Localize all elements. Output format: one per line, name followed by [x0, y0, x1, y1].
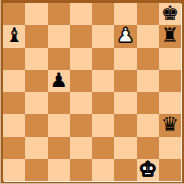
- square-c7[interactable]: [48, 25, 70, 47]
- square-b8[interactable]: [25, 3, 47, 25]
- square-b7[interactable]: [25, 25, 47, 47]
- square-e2[interactable]: [92, 137, 114, 159]
- square-g5[interactable]: [137, 70, 159, 92]
- black-rook-piece[interactable]: ♜: [161, 25, 179, 45]
- square-a6[interactable]: [3, 48, 25, 70]
- square-b5[interactable]: [25, 70, 47, 92]
- square-g3[interactable]: [137, 114, 159, 136]
- square-d7[interactable]: [70, 25, 92, 47]
- square-a3[interactable]: [3, 114, 25, 136]
- square-c2[interactable]: [48, 137, 70, 159]
- square-d6[interactable]: [70, 48, 92, 70]
- square-h6[interactable]: [159, 48, 181, 70]
- square-g2[interactable]: [137, 137, 159, 159]
- black-pawn-piece[interactable]: ♟: [50, 70, 68, 90]
- square-c5[interactable]: ♟: [48, 70, 70, 92]
- square-g4[interactable]: [137, 92, 159, 114]
- black-bishop-piece[interactable]: ♝: [5, 25, 23, 45]
- square-a5[interactable]: [3, 70, 25, 92]
- square-f6[interactable]: [114, 48, 136, 70]
- square-c1[interactable]: [48, 159, 70, 181]
- square-h8[interactable]: ♚: [159, 3, 181, 25]
- chess-board: ♚♝♟♜♟♛♚: [3, 3, 181, 181]
- square-c4[interactable]: [48, 92, 70, 114]
- black-king-piece[interactable]: ♚: [161, 3, 179, 23]
- square-b2[interactable]: [25, 137, 47, 159]
- square-e5[interactable]: [92, 70, 114, 92]
- square-d5[interactable]: [70, 70, 92, 92]
- square-h7[interactable]: ♜: [159, 25, 181, 47]
- square-g1[interactable]: ♚: [137, 159, 159, 181]
- square-d8[interactable]: [70, 3, 92, 25]
- square-e1[interactable]: [92, 159, 114, 181]
- square-d1[interactable]: [70, 159, 92, 181]
- square-f1[interactable]: [114, 159, 136, 181]
- board-frame: ♚♝♟♜♟♛♚: [0, 0, 184, 184]
- square-e4[interactable]: [92, 92, 114, 114]
- square-c3[interactable]: [48, 114, 70, 136]
- square-f5[interactable]: [114, 70, 136, 92]
- square-a8[interactable]: [3, 3, 25, 25]
- square-h2[interactable]: [159, 137, 181, 159]
- square-c8[interactable]: [48, 3, 70, 25]
- square-a2[interactable]: [3, 137, 25, 159]
- square-f4[interactable]: [114, 92, 136, 114]
- square-g8[interactable]: [137, 3, 159, 25]
- white-king-piece[interactable]: ♚: [139, 159, 157, 179]
- square-a1[interactable]: [3, 159, 25, 181]
- square-c6[interactable]: [48, 48, 70, 70]
- square-h1[interactable]: [159, 159, 181, 181]
- square-g6[interactable]: [137, 48, 159, 70]
- black-queen-piece[interactable]: ♛: [161, 114, 179, 134]
- square-e6[interactable]: [92, 48, 114, 70]
- square-f2[interactable]: [114, 137, 136, 159]
- square-e3[interactable]: [92, 114, 114, 136]
- square-d3[interactable]: [70, 114, 92, 136]
- square-b4[interactable]: [25, 92, 47, 114]
- square-f3[interactable]: [114, 114, 136, 136]
- square-d4[interactable]: [70, 92, 92, 114]
- square-h5[interactable]: [159, 70, 181, 92]
- square-g7[interactable]: [137, 25, 159, 47]
- square-e7[interactable]: [92, 25, 114, 47]
- square-h4[interactable]: [159, 92, 181, 114]
- square-h3[interactable]: ♛: [159, 114, 181, 136]
- square-a7[interactable]: ♝: [3, 25, 25, 47]
- square-f7[interactable]: ♟: [114, 25, 136, 47]
- square-a4[interactable]: [3, 92, 25, 114]
- square-e8[interactable]: [92, 3, 114, 25]
- square-b6[interactable]: [25, 48, 47, 70]
- square-b1[interactable]: [25, 159, 47, 181]
- square-d2[interactable]: [70, 137, 92, 159]
- square-f8[interactable]: [114, 3, 136, 25]
- square-b3[interactable]: [25, 114, 47, 136]
- white-pawn-piece[interactable]: ♟: [116, 25, 134, 45]
